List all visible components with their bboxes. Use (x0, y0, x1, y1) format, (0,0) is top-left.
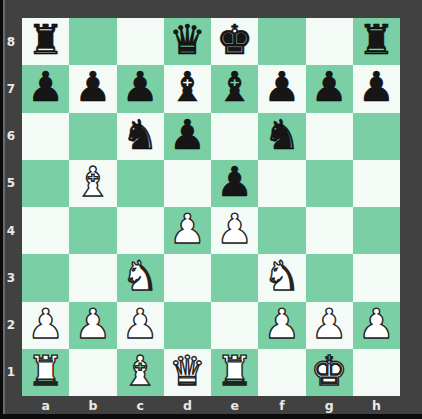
square-e4[interactable]: ♟ (211, 207, 258, 254)
square-f6[interactable]: ♞ (258, 113, 305, 160)
square-e7[interactable]: ♝ (211, 65, 258, 112)
square-d6[interactable]: ♟ (164, 113, 211, 160)
piece-white-pawn[interactable]: ♟ (358, 304, 395, 345)
square-g5[interactable] (306, 160, 353, 207)
piece-white-knight[interactable]: ♞ (122, 256, 159, 297)
file-label-e: e (211, 396, 258, 414)
file-label-g: g (306, 396, 353, 414)
square-g2[interactable]: ♟ (306, 302, 353, 349)
rank-labels: 87654321 (0, 18, 22, 396)
piece-white-king[interactable]: ♚ (311, 351, 348, 392)
square-c5[interactable] (117, 160, 164, 207)
rank-label-3: 3 (0, 254, 22, 301)
piece-white-rook[interactable]: ♜ (27, 351, 64, 392)
square-a2[interactable]: ♟ (22, 302, 69, 349)
rank-label-1: 1 (0, 349, 22, 396)
square-d4[interactable]: ♟ (164, 207, 211, 254)
square-h7[interactable]: ♟ (353, 65, 400, 112)
square-d1[interactable]: ♛ (164, 349, 211, 396)
square-h2[interactable]: ♟ (353, 302, 400, 349)
square-b8[interactable] (69, 18, 116, 65)
square-c4[interactable] (117, 207, 164, 254)
square-a5[interactable] (22, 160, 69, 207)
square-e6[interactable] (211, 113, 258, 160)
square-f1[interactable] (258, 349, 305, 396)
rank-label-6: 6 (0, 113, 22, 160)
square-c2[interactable]: ♟ (117, 302, 164, 349)
square-a3[interactable] (22, 254, 69, 301)
square-g8[interactable] (306, 18, 353, 65)
square-b7[interactable]: ♟ (69, 65, 116, 112)
square-g3[interactable] (306, 254, 353, 301)
piece-white-pawn[interactable]: ♟ (74, 304, 111, 345)
square-a7[interactable]: ♟ (22, 65, 69, 112)
square-d8[interactable]: ♛ (164, 18, 211, 65)
file-label-d: d (164, 396, 211, 414)
piece-black-rook[interactable]: ♜ (27, 20, 64, 61)
square-f2[interactable]: ♟ (258, 302, 305, 349)
piece-white-pawn[interactable]: ♟ (311, 304, 348, 345)
square-b3[interactable] (69, 254, 116, 301)
piece-white-knight[interactable]: ♞ (263, 256, 300, 297)
square-c8[interactable] (117, 18, 164, 65)
piece-black-pawn[interactable]: ♟ (311, 67, 348, 108)
piece-black-knight[interactable]: ♞ (263, 115, 300, 156)
file-label-f: f (258, 396, 305, 414)
file-label-a: a (22, 396, 69, 414)
square-d7[interactable]: ♝ (164, 65, 211, 112)
piece-white-queen[interactable]: ♛ (169, 351, 206, 392)
rank-label-7: 7 (0, 65, 22, 112)
board: ♜♛♚♜♟♟♟♝♝♟♟♟♞♟♞♝♟♟♟♞♞♟♟♟♟♟♟♜♝♛♜♚ (22, 18, 400, 396)
square-e5[interactable]: ♟ (211, 160, 258, 207)
piece-white-pawn[interactable]: ♟ (216, 209, 253, 250)
square-c6[interactable]: ♞ (117, 113, 164, 160)
square-h1[interactable] (353, 349, 400, 396)
piece-white-pawn[interactable]: ♟ (122, 304, 159, 345)
square-h5[interactable] (353, 160, 400, 207)
square-f3[interactable]: ♞ (258, 254, 305, 301)
square-f5[interactable] (258, 160, 305, 207)
piece-white-pawn[interactable]: ♟ (263, 304, 300, 345)
piece-black-pawn[interactable]: ♟ (216, 162, 253, 203)
square-h8[interactable]: ♜ (353, 18, 400, 65)
square-b1[interactable] (69, 349, 116, 396)
piece-black-knight[interactable]: ♞ (122, 115, 159, 156)
piece-black-queen[interactable]: ♛ (169, 20, 206, 61)
square-h4[interactable] (353, 207, 400, 254)
piece-white-bishop[interactable]: ♝ (122, 351, 159, 392)
square-f8[interactable] (258, 18, 305, 65)
rank-label-2: 2 (0, 302, 22, 349)
piece-black-pawn[interactable]: ♟ (263, 67, 300, 108)
square-e2[interactable] (211, 302, 258, 349)
file-label-b: b (69, 396, 116, 414)
piece-black-pawn[interactable]: ♟ (27, 67, 64, 108)
square-f7[interactable]: ♟ (258, 65, 305, 112)
square-c1[interactable]: ♝ (117, 349, 164, 396)
square-c3[interactable]: ♞ (117, 254, 164, 301)
square-a8[interactable]: ♜ (22, 18, 69, 65)
square-a1[interactable]: ♜ (22, 349, 69, 396)
square-d5[interactable] (164, 160, 211, 207)
piece-black-pawn[interactable]: ♟ (74, 67, 111, 108)
square-e1[interactable]: ♜ (211, 349, 258, 396)
rank-label-5: 5 (0, 160, 22, 207)
chess-app-window: 87654321 ♜♛♚♜♟♟♟♝♝♟♟♟♞♟♞♝♟♟♟♞♞♟♟♟♟♟♟♜♝♛♜… (0, 0, 422, 419)
rank-label-8: 8 (0, 18, 22, 65)
square-b5[interactable]: ♝ (69, 160, 116, 207)
square-f4[interactable] (258, 207, 305, 254)
piece-white-rook[interactable]: ♜ (216, 351, 253, 392)
square-h6[interactable] (353, 113, 400, 160)
piece-black-pawn[interactable]: ♟ (122, 67, 159, 108)
square-b4[interactable] (69, 207, 116, 254)
piece-black-bishop[interactable]: ♝ (216, 67, 253, 108)
square-c7[interactable]: ♟ (117, 65, 164, 112)
piece-white-bishop[interactable]: ♝ (74, 162, 111, 203)
square-e8[interactable]: ♚ (211, 18, 258, 65)
piece-black-rook[interactable]: ♜ (358, 20, 395, 61)
piece-black-pawn[interactable]: ♟ (169, 115, 206, 156)
file-label-c: c (117, 396, 164, 414)
piece-white-pawn[interactable]: ♟ (169, 209, 206, 250)
square-a4[interactable] (22, 207, 69, 254)
square-b6[interactable] (69, 113, 116, 160)
square-d2[interactable] (164, 302, 211, 349)
square-a6[interactable] (22, 113, 69, 160)
square-g1[interactable]: ♚ (306, 349, 353, 396)
square-g4[interactable] (306, 207, 353, 254)
window-edge-bottom (0, 414, 422, 419)
piece-black-pawn[interactable]: ♟ (358, 67, 395, 108)
piece-white-pawn[interactable]: ♟ (27, 304, 64, 345)
square-b2[interactable]: ♟ (69, 302, 116, 349)
piece-black-king[interactable]: ♚ (216, 20, 253, 61)
square-h3[interactable] (353, 254, 400, 301)
square-d3[interactable] (164, 254, 211, 301)
square-g6[interactable] (306, 113, 353, 160)
file-label-h: h (353, 396, 400, 414)
square-g7[interactable]: ♟ (306, 65, 353, 112)
rank-label-4: 4 (0, 207, 22, 254)
piece-black-bishop[interactable]: ♝ (169, 67, 206, 108)
file-labels: abcdefgh (22, 396, 400, 414)
square-e3[interactable] (211, 254, 258, 301)
